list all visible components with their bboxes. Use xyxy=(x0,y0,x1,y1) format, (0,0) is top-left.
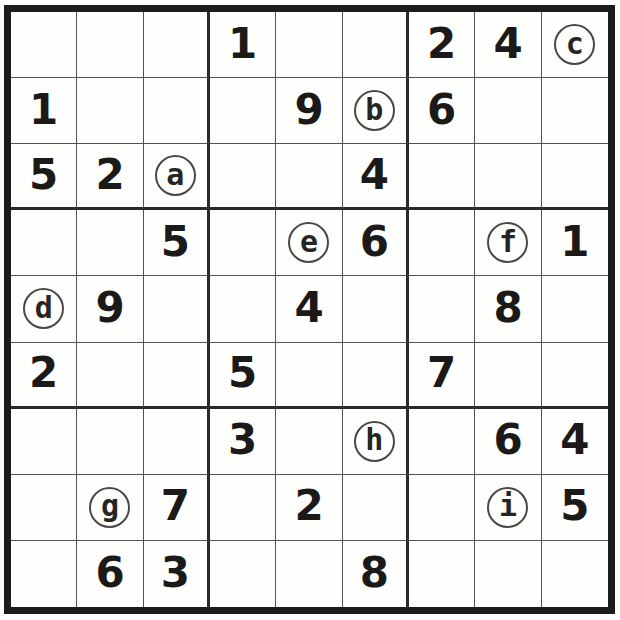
letter-label: b xyxy=(365,95,383,125)
circled-letter-b: b xyxy=(354,90,395,131)
cell-r8c2[interactable]: g xyxy=(77,475,143,541)
cell-r4c4[interactable] xyxy=(210,210,276,276)
cell-r2c9[interactable] xyxy=(542,78,608,144)
given-digit: 4 xyxy=(493,23,522,65)
given-digit: 5 xyxy=(228,352,257,394)
circled-letter-e: e xyxy=(288,222,329,263)
sudoku-board: 124c19b652a45e6f1d9482573h64g72i5638 xyxy=(4,5,615,614)
cell-r2c8[interactable] xyxy=(475,78,541,144)
given-digit: 4 xyxy=(560,419,589,461)
letter-label: f xyxy=(499,227,517,257)
cell-r4c7[interactable] xyxy=(409,210,475,276)
given-digit: 5 xyxy=(161,221,190,263)
cell-r5c9[interactable] xyxy=(542,276,608,342)
cell-r7c8[interactable]: 6 xyxy=(475,409,541,475)
cell-r3c5[interactable] xyxy=(276,144,342,210)
cell-r8c8[interactable]: i xyxy=(475,475,541,541)
cell-r6c9[interactable] xyxy=(542,343,608,409)
cell-r9c5[interactable] xyxy=(276,541,342,607)
cell-r1c9[interactable]: c xyxy=(542,12,608,78)
cell-r8c9[interactable]: 5 xyxy=(542,475,608,541)
cell-r7c7[interactable] xyxy=(409,409,475,475)
cell-r7c6[interactable]: h xyxy=(343,409,409,475)
circled-letter-h: h xyxy=(354,421,395,462)
cell-r3c9[interactable] xyxy=(542,144,608,210)
cell-r9c9[interactable] xyxy=(542,541,608,607)
cell-r9c6[interactable]: 8 xyxy=(343,541,409,607)
given-digit: 3 xyxy=(228,419,257,461)
cell-r5c7[interactable] xyxy=(409,276,475,342)
cell-r9c4[interactable] xyxy=(210,541,276,607)
letter-label: e xyxy=(300,227,318,257)
letter-label: h xyxy=(365,425,383,455)
given-digit: 3 xyxy=(161,552,190,594)
cell-r9c7[interactable] xyxy=(409,541,475,607)
circled-letter-i: i xyxy=(487,487,528,528)
sudoku-page: 124c19b652a45e6f1d9482573h64g72i5638 xyxy=(0,0,620,620)
given-digit: 2 xyxy=(29,352,58,394)
cell-r2c3[interactable] xyxy=(144,78,210,144)
letter-label: d xyxy=(35,293,53,323)
given-digit: 4 xyxy=(360,154,389,196)
cell-r6c5[interactable] xyxy=(276,343,342,409)
cell-r6c3[interactable] xyxy=(144,343,210,409)
cell-r6c4[interactable]: 5 xyxy=(210,343,276,409)
cell-r3c3[interactable]: a xyxy=(144,144,210,210)
cell-r7c9[interactable]: 4 xyxy=(542,409,608,475)
cell-r4c5[interactable]: e xyxy=(276,210,342,276)
given-digit: 2 xyxy=(294,485,323,527)
cell-r8c4[interactable] xyxy=(210,475,276,541)
cell-r3c4[interactable] xyxy=(210,144,276,210)
cell-r7c3[interactable] xyxy=(144,409,210,475)
given-digit: 6 xyxy=(427,89,456,131)
given-digit: 1 xyxy=(560,221,589,263)
cell-r3c6[interactable]: 4 xyxy=(343,144,409,210)
cell-r3c2[interactable]: 2 xyxy=(77,144,143,210)
cell-r7c2[interactable] xyxy=(77,409,143,475)
circled-letter-c: c xyxy=(554,24,595,65)
given-digit: 1 xyxy=(228,23,257,65)
cell-r5c5[interactable]: 4 xyxy=(276,276,342,342)
cell-r8c6[interactable] xyxy=(343,475,409,541)
cell-r7c5[interactable] xyxy=(276,409,342,475)
cell-r7c4[interactable]: 3 xyxy=(210,409,276,475)
given-digit: 6 xyxy=(493,419,522,461)
circled-letter-f: f xyxy=(487,222,528,263)
cell-r1c8[interactable]: 4 xyxy=(475,12,541,78)
cell-r1c7[interactable]: 2 xyxy=(409,12,475,78)
cell-r6c7[interactable]: 7 xyxy=(409,343,475,409)
cell-r1c1[interactable] xyxy=(11,12,77,78)
cell-r2c1[interactable]: 1 xyxy=(11,78,77,144)
cell-r6c8[interactable] xyxy=(475,343,541,409)
cell-r1c3[interactable] xyxy=(144,12,210,78)
given-digit: 5 xyxy=(29,154,58,196)
letter-label: i xyxy=(499,491,517,521)
given-digit: 2 xyxy=(95,154,124,196)
circled-letter-g: g xyxy=(89,487,130,528)
cell-r6c1[interactable]: 2 xyxy=(11,343,77,409)
given-digit: 1 xyxy=(29,89,58,131)
circled-letter-a: a xyxy=(155,155,196,196)
cell-r3c8[interactable] xyxy=(475,144,541,210)
letter-label: a xyxy=(166,160,184,190)
cell-r6c2[interactable] xyxy=(77,343,143,409)
letter-label: c xyxy=(566,29,584,59)
cell-r5c3[interactable] xyxy=(144,276,210,342)
cell-r9c1[interactable] xyxy=(11,541,77,607)
cell-r2c7[interactable]: 6 xyxy=(409,78,475,144)
cell-r1c4[interactable]: 1 xyxy=(210,12,276,78)
cell-r8c3[interactable]: 7 xyxy=(144,475,210,541)
cell-r5c2[interactable]: 9 xyxy=(77,276,143,342)
given-digit: 9 xyxy=(294,89,323,131)
cell-r1c2[interactable] xyxy=(77,12,143,78)
given-digit: 8 xyxy=(493,287,522,329)
given-digit: 7 xyxy=(161,485,190,527)
cell-r9c3[interactable]: 3 xyxy=(144,541,210,607)
cell-r6c6[interactable] xyxy=(343,343,409,409)
cell-r4c2[interactable] xyxy=(77,210,143,276)
cell-r5c1[interactable]: d xyxy=(11,276,77,342)
cell-r8c1[interactable] xyxy=(11,475,77,541)
given-digit: 8 xyxy=(360,552,389,594)
cell-r3c7[interactable] xyxy=(409,144,475,210)
given-digit: 5 xyxy=(560,485,589,527)
given-digit: 7 xyxy=(427,352,456,394)
cell-r5c6[interactable] xyxy=(343,276,409,342)
cell-r5c4[interactable] xyxy=(210,276,276,342)
cell-r9c2[interactable]: 6 xyxy=(77,541,143,607)
cell-r2c4[interactable] xyxy=(210,78,276,144)
cell-r9c8[interactable] xyxy=(475,541,541,607)
given-digit: 4 xyxy=(294,287,323,329)
cell-r4c3[interactable]: 5 xyxy=(144,210,210,276)
cell-r7c1[interactable] xyxy=(11,409,77,475)
given-digit: 9 xyxy=(95,287,124,329)
given-digit: 2 xyxy=(427,23,456,65)
cell-r4c8[interactable]: f xyxy=(475,210,541,276)
given-digit: 6 xyxy=(95,552,124,594)
cell-r8c5[interactable]: 2 xyxy=(276,475,342,541)
cell-r1c5[interactable] xyxy=(276,12,342,78)
cell-r5c8[interactable]: 8 xyxy=(475,276,541,342)
circled-letter-d: d xyxy=(23,288,64,329)
cell-r4c9[interactable]: 1 xyxy=(542,210,608,276)
cell-r3c1[interactable]: 5 xyxy=(11,144,77,210)
cell-r4c6[interactable]: 6 xyxy=(343,210,409,276)
cell-r4c1[interactable] xyxy=(11,210,77,276)
cell-r1c6[interactable] xyxy=(343,12,409,78)
cell-r8c7[interactable] xyxy=(409,475,475,541)
letter-label: g xyxy=(101,491,119,521)
cell-r2c6[interactable]: b xyxy=(343,78,409,144)
cell-r2c5[interactable]: 9 xyxy=(276,78,342,144)
given-digit: 6 xyxy=(360,221,389,263)
cell-r2c2[interactable] xyxy=(77,78,143,144)
